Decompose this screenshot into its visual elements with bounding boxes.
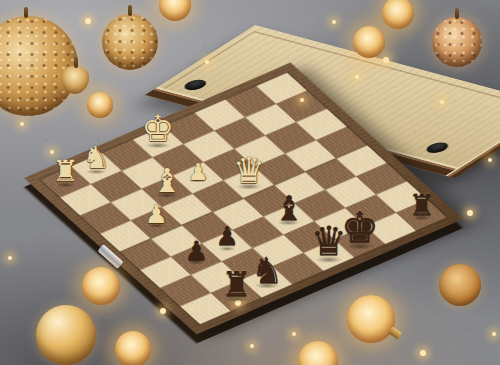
- ornament-stem: [24, 7, 28, 18]
- sparkle-17: [50, 150, 54, 154]
- ornament-stem: [128, 5, 132, 16]
- sparkle-7: [488, 158, 492, 162]
- lid-clasp-dot-1: [180, 78, 211, 92]
- sparkle-11: [250, 344, 254, 348]
- sparkle-8: [20, 122, 24, 126]
- gold-ornament-pear-3: [61, 66, 89, 94]
- sparkle-12: [292, 332, 296, 336]
- sparkle-9: [8, 256, 12, 260]
- gold-ornament-glow-9: [82, 267, 120, 305]
- sparkle-1: [85, 18, 91, 24]
- sparkle-3: [332, 20, 336, 24]
- sparkle-15: [300, 98, 304, 102]
- gold-ornament-glow-12: [298, 341, 338, 365]
- ornament-stem: [455, 8, 459, 19]
- sparkle-6: [467, 210, 473, 216]
- sparkle-14: [492, 332, 496, 336]
- gold-ornament-matte-10: [36, 305, 96, 365]
- gold-ornament-glow-4: [87, 92, 113, 118]
- chess-photo-scene: ♜♞♚♝♟♟♛♟♟♝♜♞♛♚♜: [0, 0, 500, 365]
- gold-ornament-glow-cap-13: [347, 295, 395, 343]
- gold-ornament-glow-7: [382, 0, 414, 29]
- gold-ornament-glow-11: [115, 331, 151, 365]
- sparkle-18: [235, 300, 241, 306]
- gold-ornament-amber-14: [439, 264, 481, 306]
- ornament-stem: [74, 57, 78, 68]
- ornament-cap: [388, 326, 402, 339]
- gold-ornament-glow-6: [353, 26, 385, 58]
- gold-ornament-textured-2: [102, 14, 158, 70]
- sparkle-10: [160, 308, 166, 314]
- gold-ornament-glow-5: [159, 0, 191, 21]
- sparkle-2: [205, 60, 209, 64]
- lid-clasp-dot-2: [422, 141, 453, 155]
- sparkle-4: [383, 57, 389, 63]
- sparkle-13: [420, 350, 426, 356]
- gold-ornament-textured-1: [0, 16, 78, 116]
- sparkle-5: [440, 100, 444, 104]
- sparkle-16: [355, 75, 359, 79]
- gold-ornament-copper-8: [432, 17, 482, 67]
